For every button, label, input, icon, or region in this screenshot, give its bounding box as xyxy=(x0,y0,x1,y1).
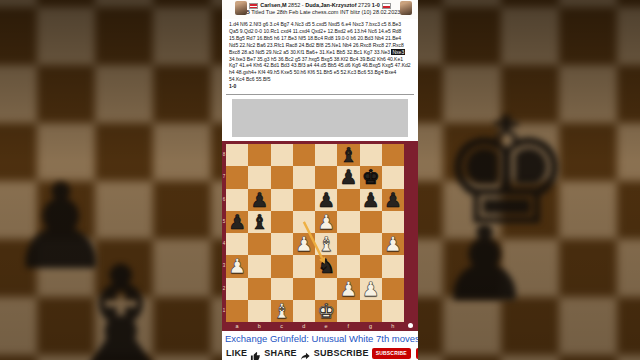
file-label-e: e xyxy=(315,322,337,331)
square-e4: ♝ xyxy=(315,233,337,255)
event-line: D85 Titled Tue 28th Feb Late chess.com I… xyxy=(222,9,418,16)
subscribe-button[interactable]: SUBSCRIBE xyxy=(372,348,411,359)
square-f7: ♟ xyxy=(337,166,359,188)
square-a2 xyxy=(226,278,248,300)
white-player-name: Carlsen,M xyxy=(260,2,286,8)
white-pawn-e5: ♟ xyxy=(315,211,337,233)
moves-before: 1.d4 Nf6 2.Nf3 g6 3.c4 Bg7 4.Nc3 d5 5.cx… xyxy=(229,21,405,55)
video-frame: Carlsen,M 2852 - Duda,Jan-Krzysztof 2729… xyxy=(222,0,418,360)
square-a7 xyxy=(226,166,248,188)
square-g5 xyxy=(360,211,382,233)
square-d4: ♟ xyxy=(293,233,315,255)
square-a1 xyxy=(226,300,248,322)
square-f8: ♝ xyxy=(337,144,359,166)
subscribe-button-cut[interactable] xyxy=(416,348,418,359)
square-d8 xyxy=(293,144,315,166)
square-h5 xyxy=(382,211,404,233)
square-e5: ♟ xyxy=(315,211,337,233)
square-f6 xyxy=(337,189,359,211)
square-b3 xyxy=(248,255,270,277)
square-f4 xyxy=(337,233,359,255)
black-knight-e3: ♞ xyxy=(315,255,337,277)
square-g4 xyxy=(360,233,382,255)
black-pawn-b6: ♟ xyxy=(248,189,270,211)
square-h4: ♟ xyxy=(382,233,404,255)
share-arrow-icon[interactable] xyxy=(300,348,311,359)
names-separator: - xyxy=(302,2,304,8)
square-h2 xyxy=(382,278,404,300)
white-rating: 2852 xyxy=(288,2,300,8)
share-button[interactable]: SHARE xyxy=(264,348,297,358)
white-pawn-f2: ♟ xyxy=(337,278,359,300)
white-player-photo xyxy=(235,1,247,15)
square-a6 xyxy=(226,189,248,211)
square-e6: ♟ xyxy=(315,189,337,211)
square-a4 xyxy=(226,233,248,255)
square-a8 xyxy=(226,144,248,166)
square-g1 xyxy=(360,300,382,322)
black-pawn-h6: ♟ xyxy=(382,189,404,211)
square-a5: ♟ xyxy=(226,211,248,233)
chess-board: 87654321 ♝♟♚♟♟♟♟♟♝♟♟♝♟♟♞♟♟♝♚ abcdefgh xyxy=(222,141,418,331)
square-h8 xyxy=(382,144,404,166)
black-pawn-g6: ♟ xyxy=(360,189,382,211)
norway-flag-icon xyxy=(249,3,258,9)
square-a3: ♟ xyxy=(226,255,248,277)
file-label-a: a xyxy=(226,322,248,331)
square-c7 xyxy=(271,166,293,188)
square-h1 xyxy=(382,300,404,322)
square-h7 xyxy=(382,166,404,188)
file-label-g: g xyxy=(360,322,382,331)
file-label-b: b xyxy=(248,322,270,331)
black-pawn-e6: ♟ xyxy=(315,189,337,211)
white-king-e1: ♚ xyxy=(315,300,337,322)
square-g7: ♚ xyxy=(360,166,382,188)
square-c3 xyxy=(271,255,293,277)
empty-eval-panel xyxy=(232,99,408,137)
square-e2 xyxy=(315,278,337,300)
black-pawn-f7: ♟ xyxy=(337,166,359,188)
square-c5 xyxy=(271,211,293,233)
square-d7 xyxy=(293,166,315,188)
square-c2 xyxy=(271,278,293,300)
black-pawn-a5: ♟ xyxy=(226,211,248,233)
file-label-d: d xyxy=(293,322,315,331)
square-c8 xyxy=(271,144,293,166)
square-b4 xyxy=(248,233,270,255)
video-title-bar: Exchange Grünfeld: Unusual White 7th mov… xyxy=(222,331,418,346)
result-line: 1-0 xyxy=(229,83,411,90)
current-move[interactable]: Nxe3 xyxy=(391,49,405,55)
white-bishop-c1: ♝ xyxy=(271,300,293,322)
black-rating: 2729 xyxy=(358,2,370,8)
square-b6: ♟ xyxy=(248,189,270,211)
square-e3: ♞ xyxy=(315,255,337,277)
divider-line xyxy=(226,94,414,95)
file-label-h: h xyxy=(382,322,404,331)
black-king-g7: ♚ xyxy=(360,166,382,188)
square-d5 xyxy=(293,211,315,233)
file-label-c: c xyxy=(271,322,293,331)
square-g8 xyxy=(360,144,382,166)
poland-flag-icon xyxy=(382,3,391,9)
square-e8 xyxy=(315,144,337,166)
square-g2: ♟ xyxy=(360,278,382,300)
square-h6: ♟ xyxy=(382,189,404,211)
like-button[interactable]: LIKE xyxy=(226,348,247,358)
square-c6 xyxy=(271,189,293,211)
square-h3 xyxy=(382,255,404,277)
white-pawn-a3: ♟ xyxy=(226,255,248,277)
square-g3 xyxy=(360,255,382,277)
square-b7 xyxy=(248,166,270,188)
white-bishop-e4: ♝ xyxy=(315,233,337,255)
square-b8 xyxy=(248,144,270,166)
square-e1: ♚ xyxy=(315,300,337,322)
white-pawn-h4: ♟ xyxy=(382,233,404,255)
move-list: 1.d4 Nf6 2.Nf3 g6 3.c4 Bg7 4.Nc3 d5 5.cx… xyxy=(222,19,418,92)
square-f2: ♟ xyxy=(337,278,359,300)
square-d3 xyxy=(293,255,315,277)
square-d6 xyxy=(293,189,315,211)
square-g6: ♟ xyxy=(360,189,382,211)
action-bar: LIKE SHARE SUBSCRIBE SUBSCRIBE xyxy=(222,346,418,360)
record-dot xyxy=(408,323,413,328)
square-c1: ♝ xyxy=(271,300,293,322)
thumbs-up-icon[interactable] xyxy=(250,348,261,359)
game-date: 28.02.2023 xyxy=(373,9,401,15)
black-bishop-f8: ♝ xyxy=(337,144,359,166)
subscribe-label: SUBSCRIBE xyxy=(314,348,369,358)
square-d1 xyxy=(293,300,315,322)
black-player-name: Duda,Jan-Krzysztof xyxy=(305,2,356,8)
black-player-photo xyxy=(400,1,412,15)
players-line: Carlsen,M 2852 - Duda,Jan-Krzysztof 2729… xyxy=(222,0,418,9)
game-result: 1-0 xyxy=(372,2,380,8)
square-f3 xyxy=(337,255,359,277)
white-pawn-g2: ♟ xyxy=(360,278,382,300)
square-d2 xyxy=(293,278,315,300)
white-pawn-d4: ♟ xyxy=(293,233,315,255)
black-bishop-b5: ♝ xyxy=(248,211,270,233)
square-f1 xyxy=(337,300,359,322)
square-f5 xyxy=(337,211,359,233)
file-label-f: f xyxy=(337,322,359,331)
event-name: Titled Tue 28th Feb Late chess.com INT b… xyxy=(251,9,371,15)
video-title: Exchange Grünfeld: Unusual White 7th mov… xyxy=(222,331,418,346)
game-header: Carlsen,M 2852 - Duda,Jan-Krzysztof 2729… xyxy=(222,0,418,19)
square-e7 xyxy=(315,166,337,188)
square-c4 xyxy=(271,233,293,255)
square-b1 xyxy=(248,300,270,322)
square-b2 xyxy=(248,278,270,300)
square-b5: ♝ xyxy=(248,211,270,233)
